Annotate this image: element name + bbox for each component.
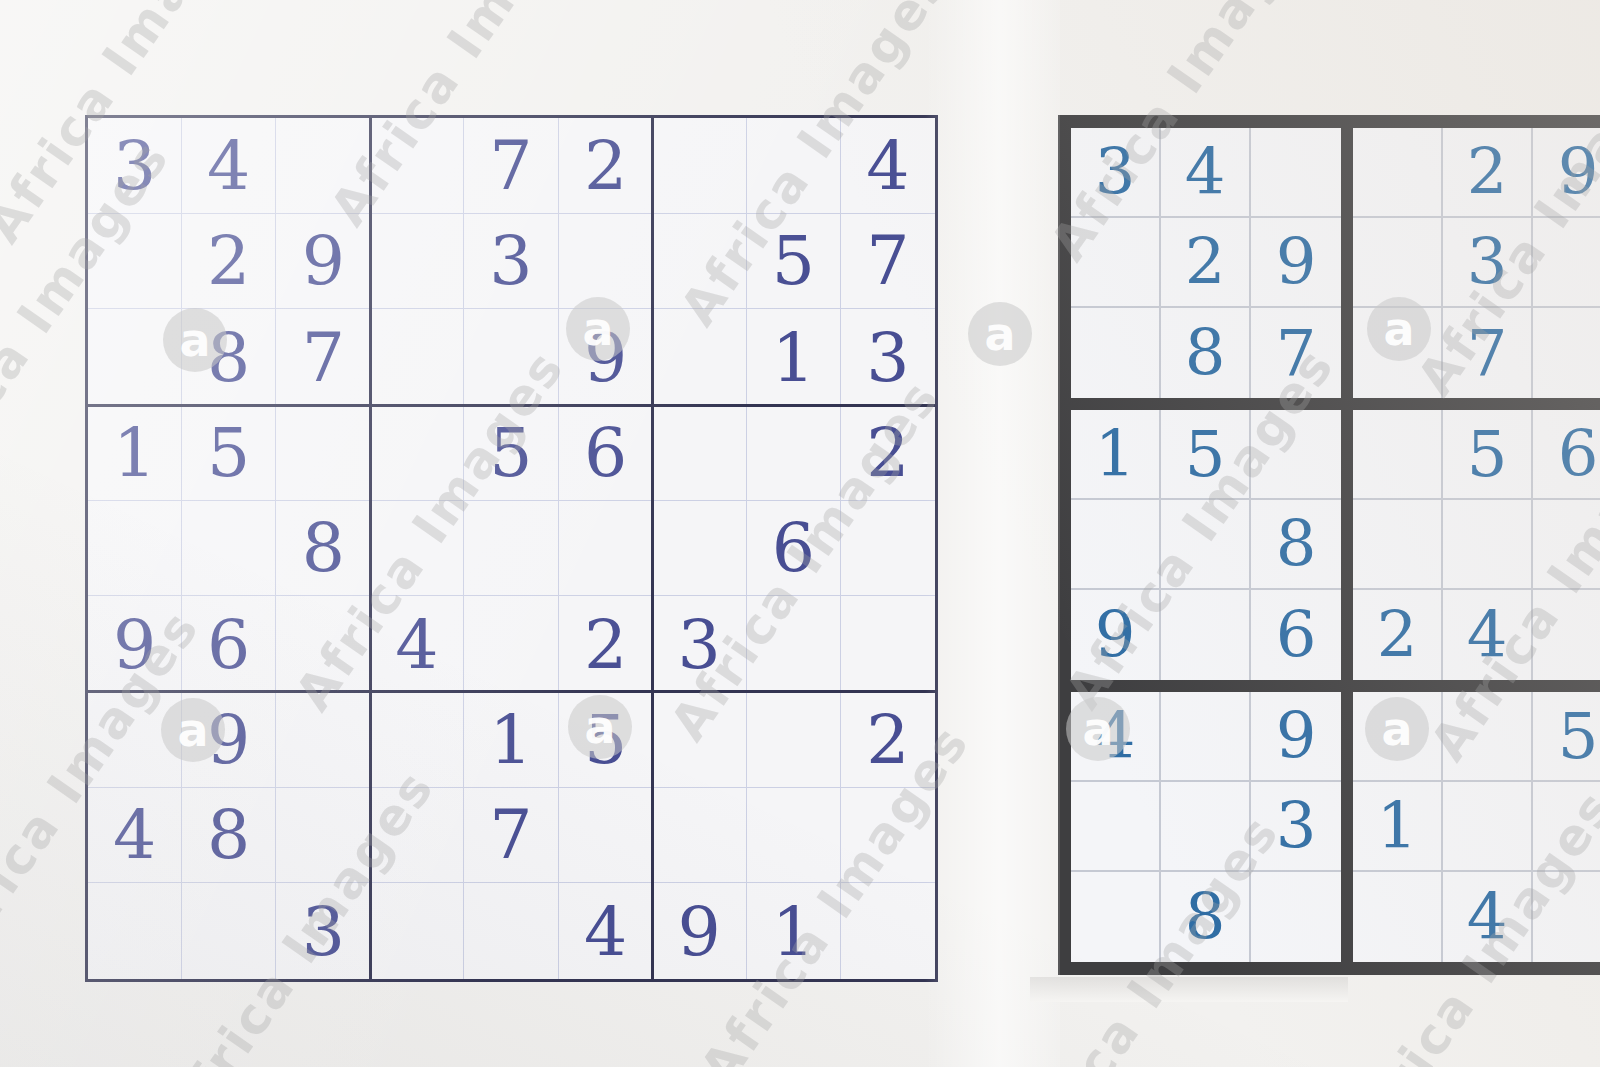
left-cell-r3c3: 7 xyxy=(276,309,370,405)
left-cell-r7c4 xyxy=(370,692,464,788)
right-cell-r1c1: 3 xyxy=(1071,128,1161,218)
right-sudoku-grid: 34292938771556896244953184 xyxy=(1058,115,1600,975)
left-cell-r2c4 xyxy=(370,214,464,310)
right-cell-r4c2: 5 xyxy=(1161,410,1251,500)
left-cell-r6c6: 2 xyxy=(559,596,653,692)
left-cell-r5c5 xyxy=(464,501,558,597)
left-cell-r1c1: 3 xyxy=(88,118,182,214)
right-cell-r2c6 xyxy=(1533,218,1600,308)
left-cell-r9c3: 3 xyxy=(276,883,370,979)
right-cell-r1c3 xyxy=(1251,128,1341,218)
right-cell-r3c4 xyxy=(1353,308,1443,398)
right-cell-r1c6: 9 xyxy=(1533,128,1600,218)
right-cell-r7c1: 4 xyxy=(1071,692,1161,782)
left-cell-r7c5: 1 xyxy=(464,692,558,788)
photo-of-sudoku-puzzles: 34724293578791315562869642391524873491 3… xyxy=(0,0,1600,1067)
right-cell-r9c1 xyxy=(1071,872,1161,962)
left-cell-r5c4 xyxy=(370,501,464,597)
left-cell-r2c2: 2 xyxy=(182,214,276,310)
left-cell-r4c9: 2 xyxy=(841,405,935,501)
right-cell-r7c5 xyxy=(1443,692,1533,782)
left-cell-r7c3 xyxy=(276,692,370,788)
right-cell-r5c6 xyxy=(1533,500,1600,590)
left-cell-r6c4: 4 xyxy=(370,596,464,692)
left-cell-r2c9: 7 xyxy=(841,214,935,310)
right-cell-r4c5: 5 xyxy=(1443,410,1533,500)
left-cell-r3c6: 9 xyxy=(559,309,653,405)
right-cell-r7c2 xyxy=(1161,692,1251,782)
left-cell-r6c3 xyxy=(276,596,370,692)
right-cell-r4c3 xyxy=(1251,410,1341,500)
right-cell-r7c3: 9 xyxy=(1251,692,1341,782)
right-cell-r5c2 xyxy=(1161,500,1251,590)
left-cell-r5c6 xyxy=(559,501,653,597)
right-cell-r2c3: 9 xyxy=(1251,218,1341,308)
left-cell-r4c8 xyxy=(747,405,841,501)
right-cell-r7c6: 5 xyxy=(1533,692,1600,782)
left-cell-r6c7: 3 xyxy=(653,596,747,692)
left-cell-r8c8 xyxy=(747,788,841,884)
left-cell-r5c8: 6 xyxy=(747,501,841,597)
right-cell-r3c1 xyxy=(1071,308,1161,398)
left-cell-r6c2: 6 xyxy=(182,596,276,692)
left-cell-r9c7: 9 xyxy=(653,883,747,979)
left-cell-r7c8 xyxy=(747,692,841,788)
left-cell-r6c8 xyxy=(747,596,841,692)
left-cell-r7c1 xyxy=(88,692,182,788)
right-cell-r1c4 xyxy=(1353,128,1443,218)
right-cell-r2c5: 3 xyxy=(1443,218,1533,308)
left-cell-r9c2 xyxy=(182,883,276,979)
right-cell-r4c6: 6 xyxy=(1533,410,1600,500)
left-cell-r4c6: 6 xyxy=(559,405,653,501)
right-cell-r5c5 xyxy=(1443,500,1533,590)
right-cell-r8c3: 3 xyxy=(1251,782,1341,872)
left-cell-r2c3: 9 xyxy=(276,214,370,310)
left-cell-r6c9 xyxy=(841,596,935,692)
left-cell-r1c8 xyxy=(747,118,841,214)
left-cell-r6c5 xyxy=(464,596,558,692)
sheet-edge-highlight xyxy=(925,0,1060,1067)
right-cell-r9c2: 8 xyxy=(1161,872,1251,962)
left-cell-r2c5: 3 xyxy=(464,214,558,310)
right-cell-r3c2: 8 xyxy=(1161,308,1251,398)
right-cell-r6c2 xyxy=(1161,590,1251,680)
left-cell-r7c2: 9 xyxy=(182,692,276,788)
left-cell-r3c4 xyxy=(370,309,464,405)
right-cell-r1c2: 4 xyxy=(1161,128,1251,218)
left-cell-r8c5: 7 xyxy=(464,788,558,884)
left-cell-r9c6: 4 xyxy=(559,883,653,979)
left-cell-r4c4 xyxy=(370,405,464,501)
left-cell-r4c3 xyxy=(276,405,370,501)
left-cell-r8c4 xyxy=(370,788,464,884)
right-cell-r5c1 xyxy=(1071,500,1161,590)
right-cell-r8c5 xyxy=(1443,782,1533,872)
left-cell-r8c6 xyxy=(559,788,653,884)
left-cell-r1c3 xyxy=(276,118,370,214)
left-cell-r7c7 xyxy=(653,692,747,788)
right-cell-r9c4 xyxy=(1353,872,1443,962)
right-cell-r2c1 xyxy=(1071,218,1161,308)
left-cell-r8c9 xyxy=(841,788,935,884)
right-cell-r3c6 xyxy=(1533,308,1600,398)
left-cell-r8c2: 8 xyxy=(182,788,276,884)
right-cell-r9c3 xyxy=(1251,872,1341,962)
right-cell-r8c4: 1 xyxy=(1353,782,1443,872)
left-cell-r5c1 xyxy=(88,501,182,597)
left-cell-r4c5: 5 xyxy=(464,405,558,501)
left-cell-r8c7 xyxy=(653,788,747,884)
left-cell-r5c7 xyxy=(653,501,747,597)
left-sudoku-grid: 34724293578791315562869642391524873491 xyxy=(85,115,938,982)
left-cell-r9c4 xyxy=(370,883,464,979)
left-cell-r1c2: 4 xyxy=(182,118,276,214)
left-cell-r3c2: 8 xyxy=(182,309,276,405)
left-cell-r2c1 xyxy=(88,214,182,310)
right-cell-r4c4 xyxy=(1353,410,1443,500)
left-cell-r1c7 xyxy=(653,118,747,214)
right-cell-r6c6 xyxy=(1533,590,1600,680)
left-cell-r4c2: 5 xyxy=(182,405,276,501)
right-cell-r1c5: 2 xyxy=(1443,128,1533,218)
left-cell-r9c8: 1 xyxy=(747,883,841,979)
right-cell-r8c2 xyxy=(1161,782,1251,872)
left-cell-r7c6: 5 xyxy=(559,692,653,788)
left-cell-r8c1: 4 xyxy=(88,788,182,884)
left-cell-r7c9: 2 xyxy=(841,692,935,788)
right-sudoku-cells: 34292938771556896244953184 xyxy=(1071,128,1600,962)
right-cell-r5c3: 8 xyxy=(1251,500,1341,590)
left-cell-r1c9: 4 xyxy=(841,118,935,214)
left-cell-r2c8: 5 xyxy=(747,214,841,310)
right-cell-r6c1: 9 xyxy=(1071,590,1161,680)
left-cell-r5c9 xyxy=(841,501,935,597)
left-cell-r5c2 xyxy=(182,501,276,597)
right-cell-r5c4 xyxy=(1353,500,1443,590)
left-cell-r3c8: 1 xyxy=(747,309,841,405)
left-cell-r9c1 xyxy=(88,883,182,979)
watermark-logo-icon: a xyxy=(968,302,1032,366)
sheet-edge-shadow xyxy=(1030,977,1348,1002)
right-cell-r6c5: 4 xyxy=(1443,590,1533,680)
right-cell-r6c3: 6 xyxy=(1251,590,1341,680)
left-cell-r1c6: 2 xyxy=(559,118,653,214)
right-cell-r4c1: 1 xyxy=(1071,410,1161,500)
left-cell-r2c6 xyxy=(559,214,653,310)
left-cell-r3c5 xyxy=(464,309,558,405)
left-cell-r9c9 xyxy=(841,883,935,979)
left-sudoku-cells: 34724293578791315562869642391524873491 xyxy=(88,118,935,979)
right-cell-r9c5: 4 xyxy=(1443,872,1533,962)
left-cell-r1c4 xyxy=(370,118,464,214)
left-cell-r3c1 xyxy=(88,309,182,405)
left-cell-r3c7 xyxy=(653,309,747,405)
left-cell-r4c1: 1 xyxy=(88,405,182,501)
right-cell-r2c4 xyxy=(1353,218,1443,308)
right-cell-r2c2: 2 xyxy=(1161,218,1251,308)
left-cell-r8c3 xyxy=(276,788,370,884)
right-cell-r9c6 xyxy=(1533,872,1600,962)
left-cell-r2c7 xyxy=(653,214,747,310)
right-cell-r8c6 xyxy=(1533,782,1600,872)
left-cell-r9c5 xyxy=(464,883,558,979)
right-cell-r8c1 xyxy=(1071,782,1161,872)
left-cell-r6c1: 9 xyxy=(88,596,182,692)
right-cell-r3c5: 7 xyxy=(1443,308,1533,398)
left-cell-r4c7 xyxy=(653,405,747,501)
right-cell-r7c4 xyxy=(1353,692,1443,782)
right-cell-r3c3: 7 xyxy=(1251,308,1341,398)
left-cell-r1c5: 7 xyxy=(464,118,558,214)
left-cell-r3c9: 3 xyxy=(841,309,935,405)
left-cell-r5c3: 8 xyxy=(276,501,370,597)
right-cell-r6c4: 2 xyxy=(1353,590,1443,680)
